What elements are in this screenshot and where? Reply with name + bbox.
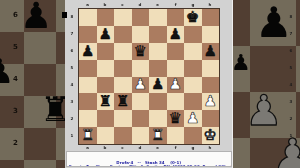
background-rank-digit: 2 bbox=[13, 140, 18, 147]
rank-label-4: 4 bbox=[284, 77, 298, 94]
square-f4: ♟ bbox=[167, 77, 185, 94]
square-c7 bbox=[114, 26, 132, 43]
black-king-icon: ♚ bbox=[186, 9, 199, 24]
square-d3 bbox=[132, 93, 150, 110]
background-rank-digit: 3 bbox=[13, 108, 18, 115]
ranks-right: 87654321 bbox=[284, 9, 298, 144]
engine-eval-line: -17.50/21 0.3s bbox=[69, 164, 229, 168]
black-queen-icon: ♛ bbox=[169, 111, 182, 126]
file-label-e: e bbox=[149, 0, 167, 9]
square-g1 bbox=[184, 127, 202, 144]
square-b5 bbox=[97, 60, 115, 77]
square-g6 bbox=[184, 43, 202, 60]
black-pawn-icon: ♟ bbox=[99, 26, 112, 41]
background-left-board: ♟♟♜ 65432 bbox=[0, 0, 65, 168]
square-g4 bbox=[184, 77, 202, 94]
black-pawn-icon: ♟ bbox=[81, 43, 94, 58]
square-h8 bbox=[202, 9, 220, 26]
rank-label-8: 8 bbox=[284, 9, 298, 26]
square-d6: ♛ bbox=[132, 43, 150, 60]
chess-diagram-panel: abcdefgh 87654321 ♚♟♟♟♛♟♟♟♟♜♜♟♛♟♜♜♚ 8765… bbox=[65, 0, 233, 168]
square-e1: ♜ bbox=[149, 127, 167, 144]
black-rook-icon: ♜ bbox=[116, 94, 129, 109]
square-c1 bbox=[114, 127, 132, 144]
square-f6 bbox=[167, 43, 185, 60]
file-label-f: f bbox=[167, 0, 185, 9]
white-king-icon: ♚ bbox=[204, 128, 217, 143]
file-label-h: h bbox=[202, 0, 220, 9]
rank-label-5: 5 bbox=[284, 60, 298, 77]
square-c2 bbox=[114, 110, 132, 127]
black-pawn-icon: ♟ bbox=[169, 26, 182, 41]
rank-label-3: 3 bbox=[65, 93, 79, 110]
background-rank-digit: 5 bbox=[13, 44, 18, 51]
black-rook-icon: ♜ bbox=[99, 94, 112, 109]
rank-label-5: 5 bbox=[65, 60, 79, 77]
white-rook-icon: ♜ bbox=[81, 128, 94, 143]
white-pawn-icon: ♟ bbox=[169, 77, 182, 92]
rank-label-3: 3 bbox=[284, 93, 298, 110]
square-g8: ♚ bbox=[184, 9, 202, 26]
square-f2: ♛ bbox=[167, 110, 185, 127]
square-h1: ♚ bbox=[202, 127, 220, 144]
background-left-strip: ♟♟♜ 65432 bbox=[0, 0, 65, 168]
rank-label-7: 7 bbox=[284, 26, 298, 43]
file-label-a: a bbox=[79, 0, 97, 9]
square-d2 bbox=[132, 110, 150, 127]
square-a5 bbox=[79, 60, 97, 77]
game-info-panel: Drofa-4 -- Stash 34 (0-1) Event : Top Ch… bbox=[66, 151, 232, 167]
rank-label-1: 1 bbox=[284, 127, 298, 144]
white-rook-icon: ♜ bbox=[151, 128, 164, 143]
white-pawn-icon: ♟ bbox=[134, 77, 147, 92]
rank-label-6: 6 bbox=[284, 43, 298, 60]
rank-label-8: 8 bbox=[65, 9, 79, 26]
square-b6 bbox=[97, 43, 115, 60]
background-rank-digit: 6 bbox=[13, 12, 18, 19]
black-queen-icon: ♛ bbox=[134, 43, 147, 58]
square-b7: ♟ bbox=[97, 26, 115, 43]
square-d1 bbox=[132, 127, 150, 144]
rank-label-1: 1 bbox=[65, 127, 79, 144]
background-black-piece-icon: ♟ bbox=[20, 0, 52, 34]
square-b3: ♜ bbox=[97, 93, 115, 110]
square-f7: ♟ bbox=[167, 26, 185, 43]
square-a1: ♜ bbox=[79, 127, 97, 144]
square-e4: ♟ bbox=[149, 77, 167, 94]
square-e6 bbox=[149, 43, 167, 60]
square-f1 bbox=[167, 127, 185, 144]
square-b2 bbox=[97, 110, 115, 127]
square-a8 bbox=[79, 9, 97, 26]
square-c8 bbox=[114, 9, 132, 26]
ranks-left: 87654321 bbox=[65, 9, 79, 144]
square-h6: ♟ bbox=[202, 43, 220, 60]
square-c3: ♜ bbox=[114, 93, 132, 110]
square-a4 bbox=[79, 77, 97, 94]
black-pawn-icon: ♟ bbox=[151, 77, 164, 92]
square-c6 bbox=[114, 43, 132, 60]
square-g5 bbox=[184, 60, 202, 77]
black-pawn-icon: ♟ bbox=[204, 43, 217, 58]
background-white-piece-icon: ♟ bbox=[245, 90, 283, 132]
background-rank-digit: 4 bbox=[13, 76, 18, 83]
square-a3 bbox=[79, 93, 97, 110]
file-label-c: c bbox=[114, 0, 132, 9]
rank-label-2: 2 bbox=[284, 110, 298, 127]
rank-label-6: 6 bbox=[65, 43, 79, 60]
square-h5 bbox=[202, 60, 220, 77]
square-e8 bbox=[149, 9, 167, 26]
square-d4: ♟ bbox=[132, 77, 150, 94]
background-black-piece-icon: ♜ bbox=[40, 92, 65, 126]
video-frame[interactable]: ♟♟♜ 65432 ♟♟♟♟ abcdefgh 87654321 ♚♟♟♟♛♟♟… bbox=[0, 0, 300, 168]
rank-label-4: 4 bbox=[65, 77, 79, 94]
square-d8 bbox=[132, 9, 150, 26]
square-h3: ♟ bbox=[202, 93, 220, 110]
chess-board: ♚♟♟♟♛♟♟♟♟♜♜♟♛♟♜♜♚ bbox=[79, 9, 219, 144]
rank-label-2: 2 bbox=[65, 110, 79, 127]
background-black-piece-icon: ♟ bbox=[233, 52, 251, 74]
white-pawn-icon: ♟ bbox=[204, 94, 217, 109]
square-e3 bbox=[149, 93, 167, 110]
rank-label-7: 7 bbox=[65, 26, 79, 43]
square-g7 bbox=[184, 26, 202, 43]
square-g2: ♟ bbox=[184, 110, 202, 127]
file-label-d: d bbox=[132, 0, 150, 9]
square-c5 bbox=[114, 60, 132, 77]
square-b1 bbox=[97, 127, 115, 144]
square-a6: ♟ bbox=[79, 43, 97, 60]
square-e7 bbox=[149, 26, 167, 43]
white-pawn-icon: ♟ bbox=[186, 111, 199, 126]
file-label-b: b bbox=[97, 0, 115, 9]
